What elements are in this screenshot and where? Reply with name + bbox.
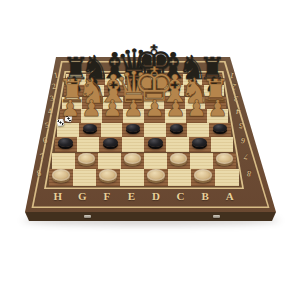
wood-pawn-H4: ♟ <box>60 97 80 120</box>
wood-checker-H8 <box>52 169 70 180</box>
black-checker-B6 <box>192 138 207 147</box>
wood-checker-E7 <box>124 153 141 163</box>
wood-pawn-F4: ♟ <box>102 97 122 120</box>
wood-checker-B8 <box>194 169 212 180</box>
wood-pawn-D4: ♟ <box>144 97 164 120</box>
black-checker-C5 <box>170 124 184 132</box>
wood-checker-D8 <box>147 169 165 180</box>
black-checker-G5 <box>83 124 97 132</box>
wood-pawn-E4: ♟ <box>123 97 143 120</box>
black-checker-E5 <box>126 124 140 132</box>
wood-pawn-C4: ♟ <box>165 97 185 120</box>
wood-checker-G7 <box>78 153 95 163</box>
wood-pawn-G4: ♟ <box>81 97 101 120</box>
black-checker-D6 <box>148 138 163 147</box>
wood-checker-A7 <box>216 153 233 163</box>
black-checker-A5 <box>213 124 227 132</box>
wood-checker-F8 <box>99 169 117 180</box>
wood-pawn-B4: ♟ <box>187 97 207 120</box>
wood-checker-C7 <box>170 153 187 163</box>
black-checker-F6 <box>103 138 118 147</box>
wood-pawn-A4: ♟ <box>208 97 228 120</box>
pieces-layer: ♜♞♝♛♚♝♞♜♟♟♟♟♟♟♟♟♜♞♝♛♚♝♞♜♟♟♟♟♟♟♟♟ <box>0 0 300 300</box>
black-checker-H6 <box>58 138 73 147</box>
product-photo: HGFEDCBA1122334455667788 ♜♞♝♛♚♝♞♜♟♟♟♟♟♟♟… <box>0 0 300 300</box>
